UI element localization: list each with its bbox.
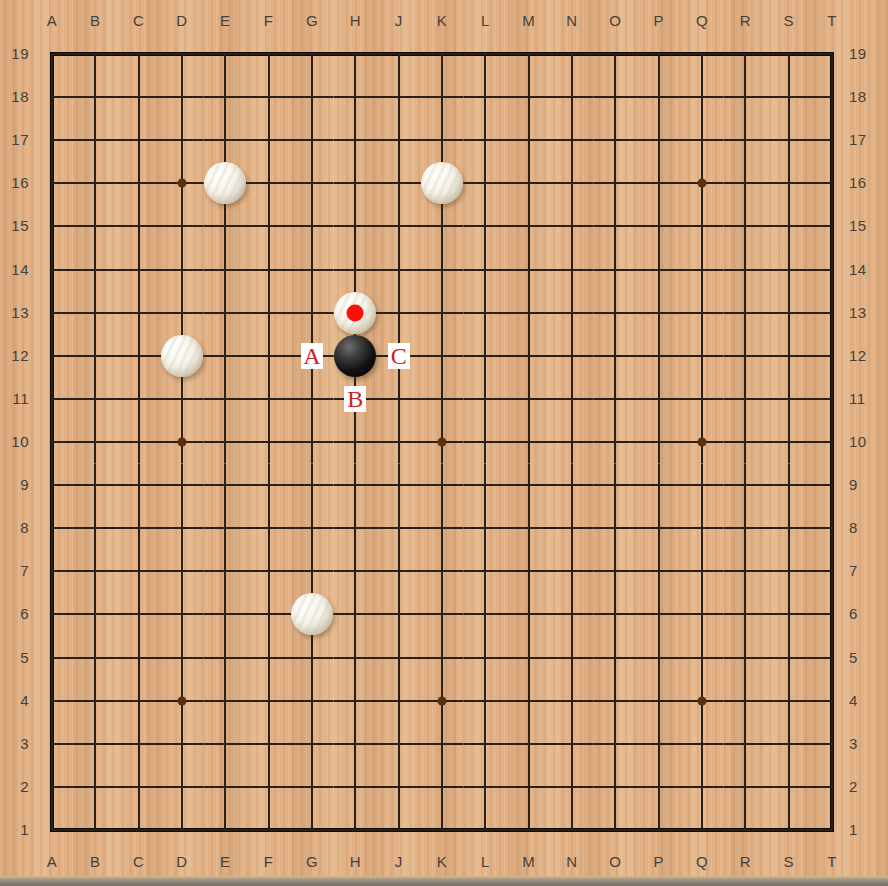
intersection-T9[interactable] (810, 464, 853, 507)
intersection-L15[interactable] (464, 205, 507, 248)
intersection-G19[interactable] (290, 32, 333, 75)
goban-grid[interactable]: ACB (30, 32, 853, 851)
intersection-G13[interactable] (290, 291, 333, 334)
intersection-G14[interactable] (290, 248, 333, 291)
intersection-M12[interactable] (507, 334, 550, 377)
intersection-C5[interactable] (117, 636, 160, 679)
intersection-L18[interactable] (464, 76, 507, 119)
intersection-T2[interactable] (810, 765, 853, 808)
intersection-J4[interactable] (377, 679, 420, 722)
intersection-C16[interactable] (117, 162, 160, 205)
intersection-B19[interactable] (74, 32, 117, 75)
intersection-D16[interactable] (160, 162, 203, 205)
intersection-K16[interactable] (420, 162, 463, 205)
intersection-A17[interactable] (30, 119, 73, 162)
intersection-A12[interactable] (30, 334, 73, 377)
intersection-H4[interactable] (334, 679, 377, 722)
intersection-R18[interactable] (724, 76, 767, 119)
intersection-A1[interactable] (30, 808, 73, 851)
intersection-Q1[interactable] (680, 808, 723, 851)
intersection-B16[interactable] (74, 162, 117, 205)
black-stone-H12[interactable] (334, 335, 376, 377)
intersection-K11[interactable] (420, 377, 463, 420)
intersection-H15[interactable] (334, 205, 377, 248)
intersection-H12[interactable] (334, 334, 377, 377)
intersection-S9[interactable] (767, 464, 810, 507)
intersection-N6[interactable] (550, 593, 593, 636)
intersection-J9[interactable] (377, 464, 420, 507)
intersection-B8[interactable] (74, 507, 117, 550)
intersection-B2[interactable] (74, 765, 117, 808)
intersection-J13[interactable] (377, 291, 420, 334)
intersection-D5[interactable] (160, 636, 203, 679)
intersection-K18[interactable] (420, 76, 463, 119)
intersection-Q8[interactable] (680, 507, 723, 550)
intersection-D12[interactable] (160, 334, 203, 377)
intersection-A3[interactable] (30, 722, 73, 765)
intersection-T17[interactable] (810, 119, 853, 162)
intersection-A19[interactable] (30, 32, 73, 75)
intersection-J3[interactable] (377, 722, 420, 765)
intersection-M11[interactable] (507, 377, 550, 420)
intersection-H7[interactable] (334, 550, 377, 593)
intersection-J5[interactable] (377, 636, 420, 679)
intersection-T7[interactable] (810, 550, 853, 593)
intersection-F4[interactable] (247, 679, 290, 722)
intersection-D4[interactable] (160, 679, 203, 722)
intersection-N3[interactable] (550, 722, 593, 765)
intersection-A10[interactable] (30, 420, 73, 463)
intersection-P13[interactable] (637, 291, 680, 334)
intersection-C10[interactable] (117, 420, 160, 463)
intersection-P14[interactable] (637, 248, 680, 291)
intersection-T11[interactable] (810, 377, 853, 420)
intersection-O14[interactable] (594, 248, 637, 291)
intersection-M1[interactable] (507, 808, 550, 851)
intersection-L11[interactable] (464, 377, 507, 420)
intersection-S6[interactable] (767, 593, 810, 636)
intersection-G5[interactable] (290, 636, 333, 679)
intersection-L4[interactable] (464, 679, 507, 722)
intersection-N2[interactable] (550, 765, 593, 808)
intersection-H9[interactable] (334, 464, 377, 507)
intersection-N4[interactable] (550, 679, 593, 722)
intersection-T5[interactable] (810, 636, 853, 679)
intersection-D6[interactable] (160, 593, 203, 636)
intersection-S11[interactable] (767, 377, 810, 420)
intersection-G17[interactable] (290, 119, 333, 162)
intersection-E16[interactable] (204, 162, 247, 205)
intersection-G8[interactable] (290, 507, 333, 550)
intersection-F3[interactable] (247, 722, 290, 765)
intersection-R7[interactable] (724, 550, 767, 593)
intersection-D7[interactable] (160, 550, 203, 593)
intersection-Q16[interactable] (680, 162, 723, 205)
intersection-P8[interactable] (637, 507, 680, 550)
intersection-C7[interactable] (117, 550, 160, 593)
intersection-H19[interactable] (334, 32, 377, 75)
intersection-D1[interactable] (160, 808, 203, 851)
intersection-R8[interactable] (724, 507, 767, 550)
intersection-L13[interactable] (464, 291, 507, 334)
intersection-L2[interactable] (464, 765, 507, 808)
intersection-A4[interactable] (30, 679, 73, 722)
intersection-N17[interactable] (550, 119, 593, 162)
intersection-C19[interactable] (117, 32, 160, 75)
intersection-B18[interactable] (74, 76, 117, 119)
intersection-P10[interactable] (637, 420, 680, 463)
intersection-E11[interactable] (204, 377, 247, 420)
intersection-S12[interactable] (767, 334, 810, 377)
intersection-M7[interactable] (507, 550, 550, 593)
intersection-C1[interactable] (117, 808, 160, 851)
intersection-L7[interactable] (464, 550, 507, 593)
intersection-N1[interactable] (550, 808, 593, 851)
intersection-O10[interactable] (594, 420, 637, 463)
intersection-F16[interactable] (247, 162, 290, 205)
intersection-H16[interactable] (334, 162, 377, 205)
intersection-P18[interactable] (637, 76, 680, 119)
intersection-B14[interactable] (74, 248, 117, 291)
intersection-A11[interactable] (30, 377, 73, 420)
intersection-L5[interactable] (464, 636, 507, 679)
intersection-J6[interactable] (377, 593, 420, 636)
intersection-R19[interactable] (724, 32, 767, 75)
intersection-R10[interactable] (724, 420, 767, 463)
intersection-G2[interactable] (290, 765, 333, 808)
intersection-D11[interactable] (160, 377, 203, 420)
intersection-E1[interactable] (204, 808, 247, 851)
intersection-B10[interactable] (74, 420, 117, 463)
intersection-S10[interactable] (767, 420, 810, 463)
intersection-Q19[interactable] (680, 32, 723, 75)
white-stone-D12[interactable] (161, 335, 203, 377)
intersection-P5[interactable] (637, 636, 680, 679)
intersection-B12[interactable] (74, 334, 117, 377)
intersection-G18[interactable] (290, 76, 333, 119)
intersection-J1[interactable] (377, 808, 420, 851)
intersection-Q15[interactable] (680, 205, 723, 248)
intersection-O19[interactable] (594, 32, 637, 75)
intersection-E14[interactable] (204, 248, 247, 291)
intersection-A15[interactable] (30, 205, 73, 248)
intersection-L3[interactable] (464, 722, 507, 765)
intersection-J14[interactable] (377, 248, 420, 291)
intersection-O7[interactable] (594, 550, 637, 593)
intersection-M5[interactable] (507, 636, 550, 679)
intersection-N19[interactable] (550, 32, 593, 75)
intersection-F8[interactable] (247, 507, 290, 550)
intersection-D2[interactable] (160, 765, 203, 808)
intersection-K19[interactable] (420, 32, 463, 75)
white-stone-K16[interactable] (421, 162, 463, 204)
intersection-T12[interactable] (810, 334, 853, 377)
intersection-S7[interactable] (767, 550, 810, 593)
intersection-T1[interactable] (810, 808, 853, 851)
intersection-G12[interactable]: A (290, 334, 333, 377)
intersection-K1[interactable] (420, 808, 463, 851)
intersection-R1[interactable] (724, 808, 767, 851)
intersection-P3[interactable] (637, 722, 680, 765)
intersection-C3[interactable] (117, 722, 160, 765)
intersection-F5[interactable] (247, 636, 290, 679)
intersection-K10[interactable] (420, 420, 463, 463)
intersection-S19[interactable] (767, 32, 810, 75)
intersection-F1[interactable] (247, 808, 290, 851)
intersection-N12[interactable] (550, 334, 593, 377)
intersection-P2[interactable] (637, 765, 680, 808)
intersection-C17[interactable] (117, 119, 160, 162)
intersection-G4[interactable] (290, 679, 333, 722)
intersection-T16[interactable] (810, 162, 853, 205)
intersection-N18[interactable] (550, 76, 593, 119)
intersection-C15[interactable] (117, 205, 160, 248)
intersection-R3[interactable] (724, 722, 767, 765)
intersection-J17[interactable] (377, 119, 420, 162)
intersection-P16[interactable] (637, 162, 680, 205)
intersection-J7[interactable] (377, 550, 420, 593)
intersection-F13[interactable] (247, 291, 290, 334)
intersection-E4[interactable] (204, 679, 247, 722)
intersection-G7[interactable] (290, 550, 333, 593)
intersection-A9[interactable] (30, 464, 73, 507)
intersection-Q13[interactable] (680, 291, 723, 334)
intersection-R12[interactable] (724, 334, 767, 377)
intersection-H1[interactable] (334, 808, 377, 851)
intersection-L16[interactable] (464, 162, 507, 205)
intersection-M19[interactable] (507, 32, 550, 75)
intersection-B13[interactable] (74, 291, 117, 334)
intersection-M2[interactable] (507, 765, 550, 808)
intersection-B11[interactable] (74, 377, 117, 420)
intersection-T10[interactable] (810, 420, 853, 463)
intersection-A2[interactable] (30, 765, 73, 808)
intersection-P12[interactable] (637, 334, 680, 377)
intersection-T4[interactable] (810, 679, 853, 722)
intersection-F11[interactable] (247, 377, 290, 420)
intersection-E7[interactable] (204, 550, 247, 593)
intersection-B15[interactable] (74, 205, 117, 248)
intersection-M3[interactable] (507, 722, 550, 765)
intersection-G15[interactable] (290, 205, 333, 248)
intersection-M15[interactable] (507, 205, 550, 248)
intersection-Q6[interactable] (680, 593, 723, 636)
intersection-K13[interactable] (420, 291, 463, 334)
intersection-O5[interactable] (594, 636, 637, 679)
intersection-J15[interactable] (377, 205, 420, 248)
intersection-B1[interactable] (74, 808, 117, 851)
intersection-R5[interactable] (724, 636, 767, 679)
white-stone-H13[interactable] (334, 292, 376, 334)
intersection-O9[interactable] (594, 464, 637, 507)
intersection-D14[interactable] (160, 248, 203, 291)
intersection-B17[interactable] (74, 119, 117, 162)
intersection-J11[interactable] (377, 377, 420, 420)
intersection-L8[interactable] (464, 507, 507, 550)
intersection-C12[interactable] (117, 334, 160, 377)
intersection-R17[interactable] (724, 119, 767, 162)
intersection-A5[interactable] (30, 636, 73, 679)
intersection-S2[interactable] (767, 765, 810, 808)
intersection-C4[interactable] (117, 679, 160, 722)
intersection-F7[interactable] (247, 550, 290, 593)
intersection-D18[interactable] (160, 76, 203, 119)
intersection-M13[interactable] (507, 291, 550, 334)
intersection-E15[interactable] (204, 205, 247, 248)
intersection-K3[interactable] (420, 722, 463, 765)
intersection-H18[interactable] (334, 76, 377, 119)
intersection-F14[interactable] (247, 248, 290, 291)
intersection-M8[interactable] (507, 507, 550, 550)
intersection-A8[interactable] (30, 507, 73, 550)
intersection-N8[interactable] (550, 507, 593, 550)
intersection-N11[interactable] (550, 377, 593, 420)
intersection-H5[interactable] (334, 636, 377, 679)
intersection-T15[interactable] (810, 205, 853, 248)
intersection-D13[interactable] (160, 291, 203, 334)
intersection-O13[interactable] (594, 291, 637, 334)
intersection-S15[interactable] (767, 205, 810, 248)
intersection-S8[interactable] (767, 507, 810, 550)
intersection-P1[interactable] (637, 808, 680, 851)
intersection-H6[interactable] (334, 593, 377, 636)
intersection-O6[interactable] (594, 593, 637, 636)
intersection-A7[interactable] (30, 550, 73, 593)
intersection-F10[interactable] (247, 420, 290, 463)
intersection-C18[interactable] (117, 76, 160, 119)
intersection-R15[interactable] (724, 205, 767, 248)
intersection-A13[interactable] (30, 291, 73, 334)
intersection-O8[interactable] (594, 507, 637, 550)
intersection-Q4[interactable] (680, 679, 723, 722)
intersection-E12[interactable] (204, 334, 247, 377)
intersection-A6[interactable] (30, 593, 73, 636)
intersection-G3[interactable] (290, 722, 333, 765)
intersection-C9[interactable] (117, 464, 160, 507)
intersection-H17[interactable] (334, 119, 377, 162)
intersection-T13[interactable] (810, 291, 853, 334)
intersection-D19[interactable] (160, 32, 203, 75)
intersection-P17[interactable] (637, 119, 680, 162)
intersection-S1[interactable] (767, 808, 810, 851)
intersection-H10[interactable] (334, 420, 377, 463)
intersection-T14[interactable] (810, 248, 853, 291)
intersection-K7[interactable] (420, 550, 463, 593)
intersection-B7[interactable] (74, 550, 117, 593)
intersection-E18[interactable] (204, 76, 247, 119)
intersection-M17[interactable] (507, 119, 550, 162)
intersection-E9[interactable] (204, 464, 247, 507)
intersection-R16[interactable] (724, 162, 767, 205)
intersection-L12[interactable] (464, 334, 507, 377)
intersection-N15[interactable] (550, 205, 593, 248)
intersection-H14[interactable] (334, 248, 377, 291)
intersection-S4[interactable] (767, 679, 810, 722)
intersection-H2[interactable] (334, 765, 377, 808)
intersection-F2[interactable] (247, 765, 290, 808)
intersection-P9[interactable] (637, 464, 680, 507)
intersection-T6[interactable] (810, 593, 853, 636)
intersection-O2[interactable] (594, 765, 637, 808)
intersection-S17[interactable] (767, 119, 810, 162)
intersection-K9[interactable] (420, 464, 463, 507)
intersection-K2[interactable] (420, 765, 463, 808)
intersection-L10[interactable] (464, 420, 507, 463)
intersection-O16[interactable] (594, 162, 637, 205)
intersection-Q10[interactable] (680, 420, 723, 463)
intersection-S14[interactable] (767, 248, 810, 291)
intersection-M14[interactable] (507, 248, 550, 291)
intersection-E6[interactable] (204, 593, 247, 636)
intersection-F19[interactable] (247, 32, 290, 75)
intersection-K14[interactable] (420, 248, 463, 291)
intersection-P11[interactable] (637, 377, 680, 420)
intersection-K5[interactable] (420, 636, 463, 679)
white-stone-E16[interactable] (204, 162, 246, 204)
intersection-L9[interactable] (464, 464, 507, 507)
intersection-M4[interactable] (507, 679, 550, 722)
intersection-T19[interactable] (810, 32, 853, 75)
intersection-O3[interactable] (594, 722, 637, 765)
intersection-J16[interactable] (377, 162, 420, 205)
intersection-H8[interactable] (334, 507, 377, 550)
intersection-G10[interactable] (290, 420, 333, 463)
intersection-H11[interactable]: B (334, 377, 377, 420)
intersection-P7[interactable] (637, 550, 680, 593)
intersection-O1[interactable] (594, 808, 637, 851)
intersection-E13[interactable] (204, 291, 247, 334)
intersection-R6[interactable] (724, 593, 767, 636)
intersection-Q7[interactable] (680, 550, 723, 593)
intersection-A14[interactable] (30, 248, 73, 291)
intersection-Q12[interactable] (680, 334, 723, 377)
intersection-Q3[interactable] (680, 722, 723, 765)
intersection-S3[interactable] (767, 722, 810, 765)
intersection-K8[interactable] (420, 507, 463, 550)
intersection-Q5[interactable] (680, 636, 723, 679)
intersection-N14[interactable] (550, 248, 593, 291)
intersection-P15[interactable] (637, 205, 680, 248)
intersection-D17[interactable] (160, 119, 203, 162)
intersection-F6[interactable] (247, 593, 290, 636)
intersection-D15[interactable] (160, 205, 203, 248)
intersection-K15[interactable] (420, 205, 463, 248)
intersection-O17[interactable] (594, 119, 637, 162)
intersection-E10[interactable] (204, 420, 247, 463)
intersection-E3[interactable] (204, 722, 247, 765)
intersection-N13[interactable] (550, 291, 593, 334)
intersection-K6[interactable] (420, 593, 463, 636)
intersection-H3[interactable] (334, 722, 377, 765)
intersection-B5[interactable] (74, 636, 117, 679)
intersection-G16[interactable] (290, 162, 333, 205)
intersection-S5[interactable] (767, 636, 810, 679)
intersection-R13[interactable] (724, 291, 767, 334)
intersection-K12[interactable] (420, 334, 463, 377)
white-stone-G6[interactable] (291, 593, 333, 635)
intersection-M18[interactable] (507, 76, 550, 119)
intersection-Q9[interactable] (680, 464, 723, 507)
intersection-G6[interactable] (290, 593, 333, 636)
intersection-F15[interactable] (247, 205, 290, 248)
intersection-M9[interactable] (507, 464, 550, 507)
intersection-R4[interactable] (724, 679, 767, 722)
intersection-L19[interactable] (464, 32, 507, 75)
intersection-G11[interactable] (290, 377, 333, 420)
intersection-C14[interactable] (117, 248, 160, 291)
intersection-F12[interactable] (247, 334, 290, 377)
intersection-F18[interactable] (247, 76, 290, 119)
